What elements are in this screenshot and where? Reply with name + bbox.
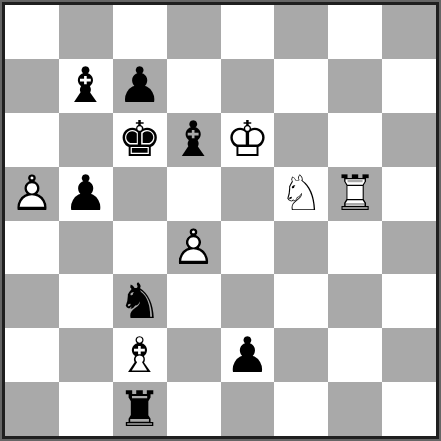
white-king-icon: ♔	[221, 113, 275, 167]
piece-black-pawn[interactable]: ♟	[59, 167, 113, 221]
black-bishop-icon: ♝	[59, 59, 113, 113]
piece-black-pawn[interactable]: ♟	[113, 59, 167, 113]
black-pawn-icon: ♟	[221, 328, 275, 382]
square-h5[interactable]	[382, 167, 436, 221]
square-f4[interactable]	[274, 221, 328, 275]
square-b2[interactable]	[59, 328, 113, 382]
square-a4[interactable]	[5, 221, 59, 275]
piece-white-pawn[interactable]: ♟♙	[167, 221, 221, 275]
square-h2[interactable]	[382, 328, 436, 382]
square-b6[interactable]	[59, 113, 113, 167]
square-d1[interactable]	[167, 382, 221, 436]
square-d3[interactable]	[167, 274, 221, 328]
white-pawn-icon: ♙	[5, 167, 59, 221]
piece-white-rook[interactable]: ♜♖	[328, 167, 382, 221]
piece-black-pawn[interactable]: ♟	[221, 328, 275, 382]
square-a3[interactable]	[5, 274, 59, 328]
piece-black-king[interactable]: ♚	[113, 113, 167, 167]
square-b8[interactable]	[59, 5, 113, 59]
square-c7[interactable]: ♟	[113, 59, 167, 113]
square-g4[interactable]	[328, 221, 382, 275]
square-d8[interactable]	[167, 5, 221, 59]
square-c4[interactable]	[113, 221, 167, 275]
square-e3[interactable]	[221, 274, 275, 328]
square-h6[interactable]	[382, 113, 436, 167]
black-pawn-icon: ♟	[113, 59, 167, 113]
piece-white-knight[interactable]: ♞♘	[274, 167, 328, 221]
square-d7[interactable]	[167, 59, 221, 113]
square-c3[interactable]: ♞	[113, 274, 167, 328]
square-f1[interactable]	[274, 382, 328, 436]
piece-black-knight[interactable]: ♞	[113, 274, 167, 328]
square-f2[interactable]	[274, 328, 328, 382]
square-g2[interactable]	[328, 328, 382, 382]
square-h8[interactable]	[382, 5, 436, 59]
square-c2[interactable]: ♝♗	[113, 328, 167, 382]
square-c6[interactable]: ♚	[113, 113, 167, 167]
square-a7[interactable]	[5, 59, 59, 113]
square-b5[interactable]: ♟	[59, 167, 113, 221]
white-rook-icon: ♖	[328, 167, 382, 221]
square-f3[interactable]	[274, 274, 328, 328]
square-h3[interactable]	[382, 274, 436, 328]
square-g6[interactable]	[328, 113, 382, 167]
square-e1[interactable]	[221, 382, 275, 436]
square-g7[interactable]	[328, 59, 382, 113]
square-b3[interactable]	[59, 274, 113, 328]
square-g8[interactable]	[328, 5, 382, 59]
square-h1[interactable]	[382, 382, 436, 436]
chess-board-frame: ♝♟♚♝♚♔♟♙♟♞♘♜♖♟♙♞♝♗♟♜	[0, 0, 441, 441]
square-f5[interactable]: ♞♘	[274, 167, 328, 221]
square-a5[interactable]: ♟♙	[5, 167, 59, 221]
square-a6[interactable]	[5, 113, 59, 167]
square-h4[interactable]	[382, 221, 436, 275]
square-a1[interactable]	[5, 382, 59, 436]
square-c1[interactable]: ♜	[113, 382, 167, 436]
square-f7[interactable]	[274, 59, 328, 113]
square-g1[interactable]	[328, 382, 382, 436]
black-king-icon: ♚	[113, 113, 167, 167]
piece-white-king[interactable]: ♚♔	[221, 113, 275, 167]
white-pawn-icon: ♙	[167, 221, 221, 275]
piece-black-rook[interactable]: ♜	[113, 382, 167, 436]
square-d5[interactable]	[167, 167, 221, 221]
square-d4[interactable]: ♟♙	[167, 221, 221, 275]
black-bishop-icon: ♝	[167, 113, 221, 167]
square-e7[interactable]	[221, 59, 275, 113]
square-e5[interactable]	[221, 167, 275, 221]
square-c5[interactable]	[113, 167, 167, 221]
square-h7[interactable]	[382, 59, 436, 113]
square-f8[interactable]	[274, 5, 328, 59]
black-rook-icon: ♜	[113, 382, 167, 436]
square-b4[interactable]	[59, 221, 113, 275]
black-knight-icon: ♞	[113, 274, 167, 328]
square-e8[interactable]	[221, 5, 275, 59]
chess-board[interactable]: ♝♟♚♝♚♔♟♙♟♞♘♜♖♟♙♞♝♗♟♜	[5, 5, 436, 436]
black-pawn-icon: ♟	[59, 167, 113, 221]
piece-black-bishop[interactable]: ♝	[59, 59, 113, 113]
square-e2[interactable]: ♟	[221, 328, 275, 382]
square-g5[interactable]: ♜♖	[328, 167, 382, 221]
chess-board-border: ♝♟♚♝♚♔♟♙♟♞♘♜♖♟♙♞♝♗♟♜	[2, 2, 439, 439]
white-knight-icon: ♘	[274, 167, 328, 221]
square-g3[interactable]	[328, 274, 382, 328]
piece-black-bishop[interactable]: ♝	[167, 113, 221, 167]
square-e4[interactable]	[221, 221, 275, 275]
square-a2[interactable]	[5, 328, 59, 382]
square-b1[interactable]	[59, 382, 113, 436]
square-d6[interactable]: ♝	[167, 113, 221, 167]
piece-white-pawn[interactable]: ♟♙	[5, 167, 59, 221]
square-b7[interactable]: ♝	[59, 59, 113, 113]
square-e6[interactable]: ♚♔	[221, 113, 275, 167]
white-bishop-icon: ♗	[113, 328, 167, 382]
piece-white-bishop[interactable]: ♝♗	[113, 328, 167, 382]
square-a8[interactable]	[5, 5, 59, 59]
square-c8[interactable]	[113, 5, 167, 59]
square-d2[interactable]	[167, 328, 221, 382]
square-f6[interactable]	[274, 113, 328, 167]
